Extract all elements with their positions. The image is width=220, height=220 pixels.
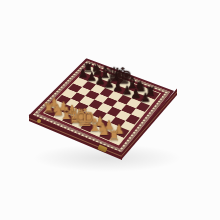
brass-hinge-icon <box>37 119 41 123</box>
chess-set-photo: ♜♞♝♛♚♝♞♜♟♟♟♟♟♟♟♟♟♟♟♟♟♟♟♟♜♞♝♛♚♝♞♜ <box>0 0 220 220</box>
chess-board: ♜♞♝♛♚♝♞♜♟♟♟♟♟♟♟♟♟♟♟♟♟♟♟♟♜♞♝♛♚♝♞♜ <box>29 58 175 156</box>
